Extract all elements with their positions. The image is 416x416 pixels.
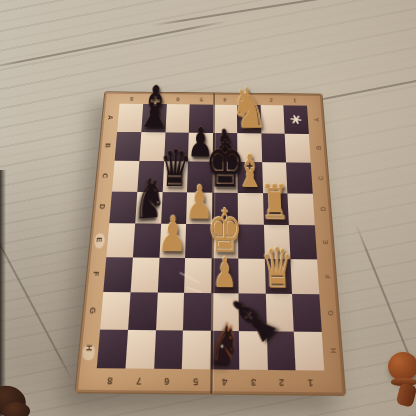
square-h1 — [294, 331, 324, 370]
offboard-brown-piece — [388, 352, 416, 381]
file-label-right: A — [313, 117, 320, 121]
piece-black-knight-h4: ♞ — [209, 318, 241, 372]
rank-label-bottom: 4 — [222, 376, 227, 388]
rank-label-bottom: 8 — [107, 375, 113, 387]
square-g6 — [156, 293, 185, 330]
square-f1 — [291, 259, 320, 295]
square-c1 — [286, 162, 313, 193]
square-h8 — [97, 329, 128, 368]
board-stamp-star — [289, 113, 303, 126]
piece-white-queen-f2: ♛ — [261, 240, 296, 296]
square-g1 — [292, 294, 321, 331]
piece-black-bishop-a7: ♝ — [134, 79, 175, 136]
rank-label-bottom: 2 — [279, 377, 285, 389]
square-h6 — [154, 330, 184, 369]
file-label-left: G — [87, 307, 97, 314]
square-b1 — [285, 133, 311, 162]
rank-label-bottom: 5 — [193, 376, 199, 388]
file-label-left: A — [106, 115, 115, 120]
floor-plank-seam — [151, 0, 359, 26]
rank-label-bottom: 7 — [136, 375, 142, 387]
file-label-left: E — [94, 237, 104, 242]
file-label-right: B — [315, 146, 322, 150]
square-h7 — [125, 329, 155, 368]
piece-white-pawn-e6: ♟ — [157, 210, 188, 259]
scene: AABBCCDDEEFFGGHH8877665544332211 ♝♟♟♛♚♞♞… — [0, 0, 416, 416]
file-label-right: G — [326, 310, 334, 316]
square-g8 — [100, 292, 130, 329]
rank-label-top: 4 — [223, 97, 226, 102]
file-label-right: E — [321, 240, 328, 244]
file-label-left: F — [91, 272, 101, 277]
rank-label-top: 1 — [293, 97, 297, 102]
rank-label-bottom: 1 — [308, 377, 314, 389]
floor-edge-shadow — [0, 170, 6, 416]
file-label-left: H — [83, 345, 93, 351]
piece-white-rook-d2: ♜ — [260, 179, 291, 228]
file-label-right: H — [329, 348, 337, 354]
square-g7 — [128, 292, 157, 329]
rank-label-bottom: 3 — [251, 377, 256, 389]
file-label-right: F — [324, 274, 332, 278]
file-label-left: B — [103, 143, 112, 148]
square-e8 — [106, 223, 135, 257]
square-e1 — [289, 225, 317, 259]
chess-board: AABBCCDDEEFFGGHH8877665544332211 ♝♟♟♛♚♞♞… — [74, 91, 346, 396]
file-label-left: C — [100, 173, 109, 178]
square-f8 — [103, 257, 132, 293]
rank-label-top: 5 — [200, 96, 203, 101]
square-g5 — [183, 293, 211, 330]
rank-label-top: 6 — [177, 96, 180, 101]
knight-eye-dot — [221, 344, 223, 347]
square-f7 — [130, 257, 159, 293]
offboard-dark-piece — [2, 402, 30, 416]
rank-label-top: 2 — [270, 97, 273, 102]
square-h5 — [182, 330, 211, 369]
rank-label-bottom: 6 — [164, 376, 170, 388]
file-label-right: D — [319, 207, 326, 212]
offboard-brown-piece — [396, 382, 416, 407]
file-label-right: C — [317, 176, 324, 180]
file-label-left: D — [97, 204, 106, 209]
square-d1 — [288, 193, 315, 225]
rank-label-top: 8 — [130, 96, 134, 101]
floor-plank-seam — [0, 221, 73, 381]
floor-plank-seam — [0, 20, 228, 70]
